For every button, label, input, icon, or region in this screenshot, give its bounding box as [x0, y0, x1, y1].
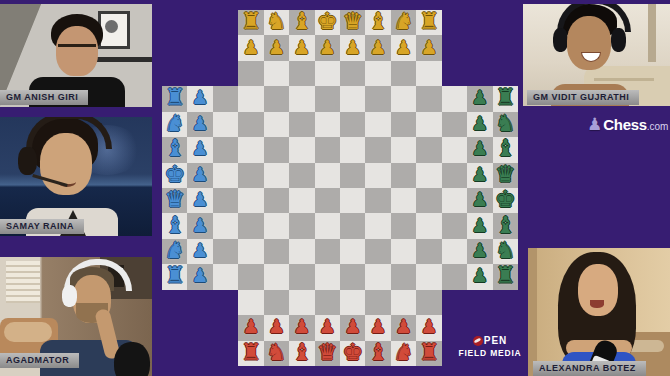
square [365, 213, 390, 238]
yellow-pawn: ♟ [293, 38, 310, 57]
square: ♟ [467, 163, 492, 188]
square: ♜ [416, 10, 441, 35]
square [238, 163, 263, 188]
green-pawn: ♟ [471, 216, 488, 235]
red-pawn: ♟ [293, 317, 310, 336]
square: ♝ [162, 137, 187, 162]
webcam-samay-raina: SAMAY RAINA [0, 117, 152, 236]
board-cutout [187, 290, 212, 315]
board-cutout [442, 35, 467, 60]
board-cutout [187, 10, 212, 35]
headphones-earcup [611, 28, 626, 52]
square: ♟ [467, 112, 492, 137]
square [416, 188, 441, 213]
square: ♝ [493, 213, 518, 238]
blue-pawn: ♟ [192, 241, 209, 260]
square [365, 61, 390, 86]
square [391, 239, 416, 264]
square: ♟ [187, 86, 212, 111]
red-pawn: ♟ [319, 317, 336, 336]
board-cutout [467, 10, 492, 35]
square: ♟ [340, 35, 365, 60]
square [264, 112, 289, 137]
pawn-icon: ♟ [587, 116, 602, 133]
square [238, 137, 263, 162]
square [238, 290, 263, 315]
square: ♟ [315, 35, 340, 60]
board-cutout [442, 61, 467, 86]
board-cutout [187, 61, 212, 86]
square [238, 213, 263, 238]
square [315, 188, 340, 213]
blue-pawn: ♟ [192, 216, 209, 235]
square [442, 188, 467, 213]
board-cutout [162, 341, 187, 366]
player-name-label: SAMAY RAINA [0, 219, 84, 234]
square [442, 264, 467, 289]
square: ♞ [162, 112, 187, 137]
board-cutout [187, 315, 212, 340]
board-cutout [162, 290, 187, 315]
square: ♟ [467, 188, 492, 213]
square: ♛ [315, 341, 340, 366]
square [289, 188, 314, 213]
square: ♟ [416, 315, 441, 340]
square [289, 213, 314, 238]
square [315, 290, 340, 315]
board-cutout [467, 61, 492, 86]
square: ♝ [289, 341, 314, 366]
square [213, 239, 238, 264]
webcam-vidit-gujrathi: GM VIDIT GUJRATHI [523, 4, 670, 106]
yellow-pawn: ♟ [370, 38, 387, 57]
square: ♟ [187, 163, 212, 188]
square [213, 112, 238, 137]
square: ♝ [162, 213, 187, 238]
square [289, 239, 314, 264]
square [340, 213, 365, 238]
green-pawn: ♟ [471, 165, 488, 184]
green-pawn: ♟ [471, 241, 488, 260]
square [416, 163, 441, 188]
square: ♟ [365, 315, 390, 340]
board-cutout [187, 341, 212, 366]
board-cutout [467, 290, 492, 315]
square [365, 188, 390, 213]
square: ♟ [289, 315, 314, 340]
yellow-rook: ♜ [241, 10, 262, 33]
blue-rook: ♜ [164, 86, 185, 109]
square [340, 112, 365, 137]
board-cutout [187, 35, 212, 60]
yellow-pawn: ♟ [242, 38, 259, 57]
open-field-media-logo: PEN FIELD MEDIA [450, 335, 530, 358]
square: ♚ [162, 163, 187, 188]
blue-queen: ♛ [164, 188, 185, 211]
blue-knight: ♞ [164, 239, 185, 262]
square [315, 213, 340, 238]
square [238, 86, 263, 111]
square: ♜ [493, 86, 518, 111]
square: ♝ [365, 10, 390, 35]
square [391, 86, 416, 111]
square [289, 137, 314, 162]
square [416, 61, 441, 86]
square [264, 86, 289, 111]
yellow-pawn: ♟ [420, 38, 437, 57]
square [365, 112, 390, 137]
square [416, 264, 441, 289]
square [365, 137, 390, 162]
board-cutout [442, 290, 467, 315]
square: ♟ [391, 315, 416, 340]
red-king: ♚ [342, 341, 363, 364]
square: ♟ [467, 213, 492, 238]
watermark-line1-text: PEN [484, 335, 508, 348]
square: ♞ [264, 341, 289, 366]
square [289, 61, 314, 86]
red-knight: ♞ [393, 341, 414, 364]
yellow-pawn: ♟ [268, 38, 285, 57]
yellow-bishop: ♝ [368, 10, 389, 33]
blue-knight: ♞ [164, 112, 185, 135]
square: ♜ [162, 86, 187, 111]
square [264, 163, 289, 188]
window-blinds [6, 261, 40, 303]
square [238, 188, 263, 213]
square [340, 239, 365, 264]
yellow-rook: ♜ [419, 10, 440, 33]
square: ♟ [187, 137, 212, 162]
red-bishop: ♝ [292, 341, 313, 364]
square [289, 112, 314, 137]
square: ♚ [340, 341, 365, 366]
square [213, 213, 238, 238]
square: ♞ [264, 10, 289, 35]
square: ♛ [162, 188, 187, 213]
red-queen: ♛ [317, 341, 338, 364]
red-pawn: ♟ [242, 317, 259, 336]
square: ♟ [187, 188, 212, 213]
square: ♜ [162, 264, 187, 289]
player-name-label: AGADMATOR [0, 353, 79, 368]
webcam-agadmator: AGADMATOR [0, 257, 152, 376]
blue-rook: ♜ [164, 264, 185, 287]
square: ♟ [238, 315, 263, 340]
square [340, 290, 365, 315]
board-cutout [213, 35, 238, 60]
square [289, 163, 314, 188]
square [391, 264, 416, 289]
square: ♟ [187, 264, 212, 289]
square: ♜ [238, 10, 263, 35]
board-cutout [162, 35, 187, 60]
red-pawn: ♟ [395, 317, 412, 336]
red-pawn: ♟ [420, 317, 437, 336]
square: ♟ [391, 35, 416, 60]
square: ♛ [493, 163, 518, 188]
square: ♚ [315, 10, 340, 35]
square [442, 137, 467, 162]
square: ♝ [493, 137, 518, 162]
headset-earcup [18, 147, 37, 175]
square [391, 290, 416, 315]
square: ♟ [315, 315, 340, 340]
square [416, 112, 441, 137]
red-rook: ♜ [241, 341, 262, 364]
square: ♟ [187, 213, 212, 238]
square [340, 264, 365, 289]
square [264, 239, 289, 264]
green-pawn: ♟ [471, 139, 488, 158]
square [238, 239, 263, 264]
green-rook: ♜ [495, 264, 516, 287]
square [365, 86, 390, 111]
square [416, 290, 441, 315]
blue-pawn: ♟ [192, 114, 209, 133]
player-name-label: GM VIDIT GUJRATHI [527, 90, 639, 105]
board-cutout [493, 61, 518, 86]
webcam-anish-giri: GM ANISH GIRI [0, 4, 152, 107]
board-cutout [493, 35, 518, 60]
green-bishop: ♝ [495, 214, 516, 237]
square: ♟ [467, 264, 492, 289]
blue-bishop: ♝ [164, 214, 185, 237]
square [340, 188, 365, 213]
yellow-bishop: ♝ [292, 10, 313, 33]
square: ♟ [467, 86, 492, 111]
board-cutout [442, 10, 467, 35]
square [264, 188, 289, 213]
square [315, 163, 340, 188]
headphones-earcup [62, 285, 77, 307]
square [442, 112, 467, 137]
square [315, 137, 340, 162]
square [391, 137, 416, 162]
green-knight: ♞ [495, 112, 516, 135]
square [238, 112, 263, 137]
square [340, 163, 365, 188]
square [289, 86, 314, 111]
chesscom-logo: ♟ Chess .com [587, 116, 668, 133]
square [391, 112, 416, 137]
square: ♞ [391, 10, 416, 35]
square [340, 86, 365, 111]
board-cutout [162, 61, 187, 86]
square [264, 290, 289, 315]
square [442, 163, 467, 188]
square [416, 213, 441, 238]
square: ♟ [467, 137, 492, 162]
board-cutout [493, 290, 518, 315]
blue-bishop: ♝ [164, 137, 185, 160]
player-name-label: GM ANISH GIRI [0, 90, 88, 105]
square [365, 290, 390, 315]
square [391, 61, 416, 86]
blue-pawn: ♟ [192, 88, 209, 107]
board-cutout [213, 61, 238, 86]
green-bishop: ♝ [495, 137, 516, 160]
square [416, 239, 441, 264]
square [442, 213, 467, 238]
square [315, 264, 340, 289]
square [264, 213, 289, 238]
green-king: ♚ [495, 188, 516, 211]
green-pawn: ♟ [471, 114, 488, 133]
yellow-pawn: ♟ [395, 38, 412, 57]
chesscom-logo-text: Chess [603, 116, 647, 133]
board-cutout [213, 341, 238, 366]
red-pawn: ♟ [370, 317, 387, 336]
square: ♝ [289, 10, 314, 35]
door-frame [648, 4, 656, 62]
square [315, 61, 340, 86]
square [442, 86, 467, 111]
green-knight: ♞ [495, 239, 516, 262]
square [315, 86, 340, 111]
red-knight: ♞ [266, 341, 287, 364]
square: ♜ [238, 341, 263, 366]
yellow-queen: ♛ [342, 10, 363, 33]
square: ♚ [493, 188, 518, 213]
player-name-label: ALEXANDRA BOTEZ [533, 361, 646, 376]
headphones-earcup [553, 28, 568, 52]
square [340, 137, 365, 162]
yellow-pawn: ♟ [344, 38, 361, 57]
board-cutout [213, 315, 238, 340]
square [213, 264, 238, 289]
square [391, 163, 416, 188]
square: ♟ [238, 35, 263, 60]
square [315, 239, 340, 264]
square: ♞ [493, 239, 518, 264]
square [213, 163, 238, 188]
square: ♟ [264, 35, 289, 60]
red-pawn: ♟ [268, 317, 285, 336]
watermark-line1: PEN [450, 335, 530, 348]
open-field-media-o-icon [473, 336, 483, 346]
red-bishop: ♝ [368, 341, 389, 364]
watermark-line2: FIELD MEDIA [450, 348, 530, 359]
square [213, 188, 238, 213]
square [213, 137, 238, 162]
yellow-knight: ♞ [393, 10, 414, 33]
square [340, 61, 365, 86]
square: ♟ [467, 239, 492, 264]
blue-pawn: ♟ [192, 139, 209, 158]
square: ♛ [340, 10, 365, 35]
square: ♟ [340, 315, 365, 340]
square [391, 213, 416, 238]
square: ♟ [416, 35, 441, 60]
square: ♟ [187, 112, 212, 137]
square [238, 61, 263, 86]
board-cutout [162, 315, 187, 340]
mouth [590, 300, 604, 308]
blue-pawn: ♟ [192, 190, 209, 209]
square [365, 163, 390, 188]
square: ♞ [391, 341, 416, 366]
green-pawn: ♟ [471, 190, 488, 209]
green-pawn: ♟ [471, 266, 488, 285]
webcam-alexandra-botez: ALEXANDRA BOTEZ [528, 248, 670, 376]
square [315, 112, 340, 137]
square [391, 188, 416, 213]
red-pawn: ♟ [344, 317, 361, 336]
chesscom-logo-tld: .com [647, 121, 669, 132]
green-pawn: ♟ [471, 88, 488, 107]
green-rook: ♜ [495, 86, 516, 109]
yellow-knight: ♞ [266, 10, 287, 33]
blue-king: ♚ [164, 163, 185, 186]
square [416, 86, 441, 111]
square: ♟ [289, 35, 314, 60]
square [264, 264, 289, 289]
square: ♟ [187, 239, 212, 264]
board: ♜♞♝♚♛♝♞♜♟♟♟♟♟♟♟♟♜♟♟♜♞♟♟♞♝♟♟♝♚♟♟♛♛♟♟♚♝♟♟♝… [162, 10, 518, 366]
person-face [578, 264, 618, 316]
board-cutout [213, 10, 238, 35]
glasses [58, 44, 96, 56]
square [416, 137, 441, 162]
board-cutout [467, 35, 492, 60]
square: ♟ [365, 35, 390, 60]
yellow-pawn: ♟ [319, 38, 336, 57]
square [289, 264, 314, 289]
blanket [4, 322, 52, 342]
stream-frame: ♜♞♝♚♛♝♞♜♟♟♟♟♟♟♟♟♜♟♟♜♞♟♟♞♝♟♟♝♚♟♟♛♛♟♟♚♝♟♟♝… [0, 0, 670, 376]
square [264, 61, 289, 86]
square: ♜ [416, 341, 441, 366]
square: ♝ [365, 341, 390, 366]
blue-pawn: ♟ [192, 266, 209, 285]
square: ♞ [162, 239, 187, 264]
square [442, 239, 467, 264]
square [365, 264, 390, 289]
square [238, 264, 263, 289]
square [365, 239, 390, 264]
square: ♟ [264, 315, 289, 340]
blue-pawn: ♟ [192, 165, 209, 184]
square [213, 86, 238, 111]
square [264, 137, 289, 162]
yellow-king: ♚ [317, 10, 338, 33]
board-cutout [162, 10, 187, 35]
board-cutout [493, 10, 518, 35]
square: ♜ [493, 264, 518, 289]
green-queen: ♛ [495, 163, 516, 186]
board-cutout [213, 290, 238, 315]
square: ♞ [493, 112, 518, 137]
red-rook: ♜ [419, 341, 440, 364]
microphone [114, 342, 150, 376]
square [289, 290, 314, 315]
